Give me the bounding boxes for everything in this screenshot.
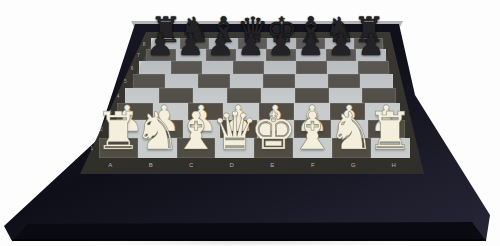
file-label-a: A [108, 162, 112, 168]
piece-black-pawn-f7[interactable]: ♟ [298, 30, 325, 60]
piece-black-pawn-d7[interactable]: ♟ [237, 30, 264, 60]
square-b5[interactable] [165, 74, 198, 88]
piece-black-pawn-a7[interactable]: ♟ [147, 30, 174, 60]
piece-black-pawn-e7[interactable]: ♟ [267, 30, 294, 60]
piece-black-pawn-c7[interactable]: ♟ [207, 30, 234, 60]
square-g6[interactable] [327, 61, 358, 74]
square-e6[interactable] [264, 61, 295, 74]
square-d6[interactable] [233, 61, 264, 74]
file-label-e: E [270, 162, 274, 168]
square-d5[interactable] [230, 74, 263, 88]
square-g5[interactable] [328, 74, 361, 88]
rank-label-8: 8 [143, 41, 146, 47]
square-h5[interactable] [360, 74, 393, 88]
square-b6[interactable] [171, 61, 202, 74]
square-c6[interactable] [202, 61, 233, 74]
piece-white-rook-h1[interactable]: ♜ [367, 105, 414, 157]
piece-black-pawn-b7[interactable]: ♟ [177, 30, 204, 60]
rank-row-5 [133, 74, 393, 88]
file-label-h: H [392, 162, 396, 168]
rank-label-1: 1 [91, 145, 94, 151]
square-c5[interactable] [198, 74, 231, 88]
square-a6[interactable] [139, 61, 170, 74]
chessboard-photo: ABCDEFGH87654321 ♜♞♝♛♚♝♞♜♟♟♟♟♟♟♟♟♟♟♟♟♟♟♟… [0, 0, 500, 246]
piece-black-pawn-h7[interactable]: ♟ [358, 30, 385, 60]
file-label-g: G [351, 162, 356, 168]
file-label-b: B [149, 162, 153, 168]
frame-front-face [12, 222, 486, 241]
square-e5[interactable] [263, 74, 296, 88]
file-label-c: C [189, 162, 193, 168]
rank-label-7: 7 [137, 52, 140, 58]
rank-label-6: 6 [131, 65, 134, 71]
piece-black-pawn-g7[interactable]: ♟ [328, 30, 355, 60]
square-h6[interactable] [358, 61, 389, 74]
file-label-d: D [230, 162, 234, 168]
rank-label-5: 5 [124, 78, 127, 84]
file-label-f: F [311, 162, 315, 168]
rank-row-6 [139, 61, 389, 74]
square-f6[interactable] [296, 61, 327, 74]
square-f5[interactable] [295, 74, 328, 88]
square-a5[interactable] [133, 74, 166, 88]
